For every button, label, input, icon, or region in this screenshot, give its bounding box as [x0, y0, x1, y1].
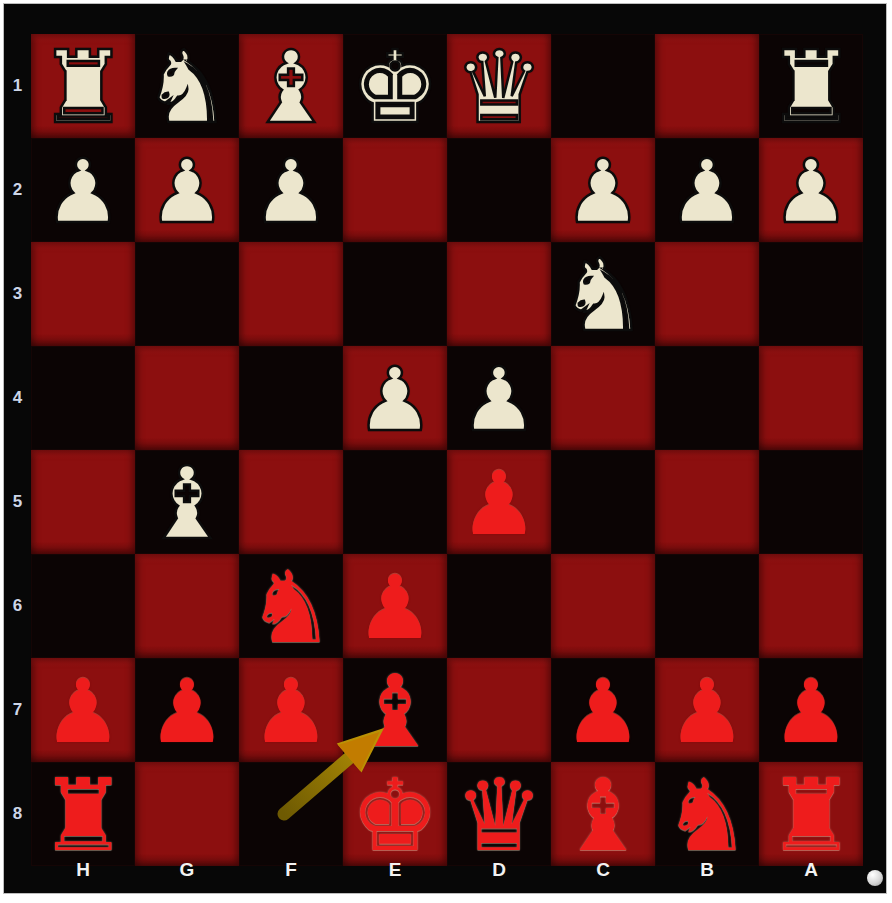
square-c1[interactable] — [551, 34, 655, 138]
file-label-d: D — [447, 836, 551, 895]
square-d3[interactable] — [447, 242, 551, 346]
square-f6[interactable]: ♞ — [239, 554, 343, 658]
rank-label-2: 2 — [4, 138, 31, 242]
square-e7[interactable]: ♝ — [343, 658, 447, 762]
square-f4[interactable] — [239, 346, 343, 450]
square-c4[interactable] — [551, 346, 655, 450]
rank-label-8: 8 — [4, 762, 31, 866]
rank-label-6: 6 — [4, 554, 31, 658]
white-king-e1[interactable]: ♚ — [350, 36, 440, 140]
square-g4[interactable] — [135, 346, 239, 450]
square-b4[interactable] — [655, 346, 759, 450]
red-pawn-d5[interactable]: ♟ — [460, 452, 539, 556]
square-e2[interactable] — [343, 138, 447, 242]
square-d6[interactable] — [447, 554, 551, 658]
red-pawn-g7[interactable]: ♟ — [148, 660, 227, 764]
square-c6[interactable] — [551, 554, 655, 658]
square-g2[interactable]: ♟ — [135, 138, 239, 242]
square-h6[interactable] — [31, 554, 135, 658]
white-pawn-h2[interactable]: ♟ — [44, 140, 123, 244]
red-pawn-c7[interactable]: ♟ — [564, 660, 643, 764]
square-b2[interactable]: ♟ — [655, 138, 759, 242]
red-pawn-e6[interactable]: ♟ — [356, 556, 435, 660]
red-pawn-a7[interactable]: ♟ — [772, 660, 851, 764]
white-pawn-a2[interactable]: ♟ — [772, 140, 851, 244]
white-pawn-g2[interactable]: ♟ — [148, 140, 227, 244]
square-a7[interactable]: ♟ — [759, 658, 863, 762]
red-pawn-b7[interactable]: ♟ — [668, 660, 747, 764]
square-c3[interactable]: ♞ — [551, 242, 655, 346]
red-knight-f6[interactable]: ♞ — [246, 556, 336, 660]
square-h1[interactable]: ♜ — [31, 34, 135, 138]
square-e3[interactable] — [343, 242, 447, 346]
square-g7[interactable]: ♟ — [135, 658, 239, 762]
white-queen-d1[interactable]: ♛ — [454, 36, 544, 140]
file-label-b: B — [655, 836, 759, 895]
square-f2[interactable]: ♟ — [239, 138, 343, 242]
file-label-e: E — [343, 836, 447, 895]
rank-labels: 12345678 — [4, 34, 31, 866]
square-h5[interactable] — [31, 450, 135, 554]
rank-label-4: 4 — [4, 346, 31, 450]
square-b7[interactable]: ♟ — [655, 658, 759, 762]
square-f1[interactable]: ♝ — [239, 34, 343, 138]
move-indicator-ball — [867, 870, 883, 886]
rank-label-5: 5 — [4, 450, 31, 554]
white-pawn-e4[interactable]: ♟ — [356, 348, 435, 452]
square-g1[interactable]: ♞ — [135, 34, 239, 138]
square-a6[interactable] — [759, 554, 863, 658]
square-d7[interactable] — [447, 658, 551, 762]
white-rook-a1[interactable]: ♜ — [766, 36, 856, 140]
file-label-a: A — [759, 836, 863, 895]
square-b1[interactable] — [655, 34, 759, 138]
square-a4[interactable] — [759, 346, 863, 450]
file-label-g: G — [135, 836, 239, 895]
red-bishop-e7[interactable]: ♝ — [350, 660, 440, 764]
square-g3[interactable] — [135, 242, 239, 346]
square-d1[interactable]: ♛ — [447, 34, 551, 138]
square-g6[interactable] — [135, 554, 239, 658]
square-a1[interactable]: ♜ — [759, 34, 863, 138]
square-b3[interactable] — [655, 242, 759, 346]
square-a2[interactable]: ♟ — [759, 138, 863, 242]
board-panel: 12345678 ♜♞♝♚♛♜♟♟♟♟♟♟♞♟♟♝♟♞♟♟♟♟♝♟♟♟♜♚♛♝♞… — [3, 3, 887, 894]
square-f3[interactable] — [239, 242, 343, 346]
square-g5[interactable]: ♝ — [135, 450, 239, 554]
square-e5[interactable] — [343, 450, 447, 554]
square-a5[interactable] — [759, 450, 863, 554]
square-h2[interactable]: ♟ — [31, 138, 135, 242]
square-h4[interactable] — [31, 346, 135, 450]
red-pawn-h7[interactable]: ♟ — [44, 660, 123, 764]
file-label-h: H — [31, 836, 135, 895]
white-pawn-c2[interactable]: ♟ — [564, 140, 643, 244]
square-d5[interactable]: ♟ — [447, 450, 551, 554]
white-rook-h1[interactable]: ♜ — [38, 36, 128, 140]
square-a3[interactable] — [759, 242, 863, 346]
chess-board: ♜♞♝♚♛♜♟♟♟♟♟♟♞♟♟♝♟♞♟♟♟♟♝♟♟♟♜♚♛♝♞♜ — [31, 34, 863, 866]
file-label-f: F — [239, 836, 343, 895]
rank-label-1: 1 — [4, 34, 31, 138]
white-pawn-f2[interactable]: ♟ — [252, 140, 331, 244]
square-b5[interactable] — [655, 450, 759, 554]
white-bishop-g5[interactable]: ♝ — [142, 452, 232, 556]
white-knight-c3[interactable]: ♞ — [558, 244, 648, 348]
square-b6[interactable] — [655, 554, 759, 658]
red-pawn-f7[interactable]: ♟ — [252, 660, 331, 764]
square-d2[interactable] — [447, 138, 551, 242]
square-h7[interactable]: ♟ — [31, 658, 135, 762]
file-labels: HGFEDCBA — [31, 836, 863, 895]
square-c2[interactable]: ♟ — [551, 138, 655, 242]
square-f5[interactable] — [239, 450, 343, 554]
square-c7[interactable]: ♟ — [551, 658, 655, 762]
square-e6[interactable]: ♟ — [343, 554, 447, 658]
white-knight-g1[interactable]: ♞ — [142, 36, 232, 140]
square-e4[interactable]: ♟ — [343, 346, 447, 450]
square-h3[interactable] — [31, 242, 135, 346]
square-e1[interactable]: ♚ — [343, 34, 447, 138]
square-f7[interactable]: ♟ — [239, 658, 343, 762]
file-label-c: C — [551, 836, 655, 895]
rank-label-7: 7 — [4, 658, 31, 762]
square-d4[interactable]: ♟ — [447, 346, 551, 450]
white-pawn-d4[interactable]: ♟ — [460, 348, 539, 452]
square-c5[interactable] — [551, 450, 655, 554]
white-pawn-b2[interactable]: ♟ — [668, 140, 747, 244]
white-bishop-f1[interactable]: ♝ — [246, 36, 336, 140]
rank-label-3: 3 — [4, 242, 31, 346]
